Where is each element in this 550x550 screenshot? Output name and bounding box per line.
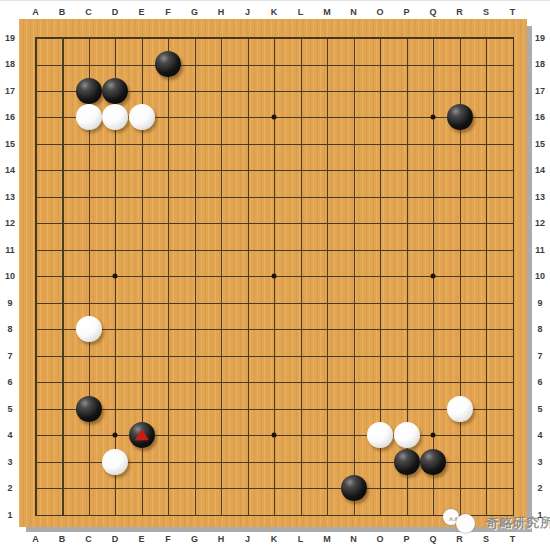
stone-black-p3 [394, 449, 420, 475]
col-label-top-M: M [323, 8, 331, 17]
stone-black-c17 [76, 78, 102, 104]
col-label-bottom-A: A [32, 535, 39, 544]
row-label-left-3: 3 [7, 457, 12, 466]
row-label-left-8: 8 [7, 325, 12, 334]
row-label-left-17: 17 [5, 86, 15, 95]
col-label-top-B: B [59, 8, 66, 17]
row-label-left-11: 11 [5, 245, 15, 254]
watermark-smiley2-icon [456, 514, 475, 533]
row-label-right-6: 6 [537, 378, 542, 387]
stone-black-n2 [341, 475, 367, 501]
col-label-top-S: S [483, 8, 489, 17]
stone-black-c5 [76, 396, 102, 422]
col-label-bottom-T: T [510, 535, 516, 544]
row-label-right-9: 9 [537, 298, 542, 307]
row-label-right-19: 19 [535, 33, 545, 42]
hoshi-k4 [272, 433, 277, 438]
col-label-top-N: N [350, 8, 357, 17]
stone-black-r16 [447, 104, 473, 130]
row-label-left-19: 19 [5, 33, 15, 42]
col-label-top-A: A [32, 8, 39, 17]
row-label-left-9: 9 [7, 298, 12, 307]
row-label-right-14: 14 [535, 166, 545, 175]
stone-black-f18 [155, 51, 181, 77]
col-label-bottom-J: J [245, 535, 250, 544]
col-label-bottom-S: S [483, 535, 489, 544]
col-label-top-J: J [245, 8, 250, 17]
stone-white-c8 [76, 316, 102, 342]
hoshi-d10 [113, 274, 118, 279]
row-label-left-12: 12 [5, 219, 15, 228]
row-label-right-5: 5 [537, 404, 542, 413]
row-label-right-18: 18 [535, 60, 545, 69]
row-label-right-12: 12 [535, 219, 545, 228]
row-label-left-16: 16 [5, 113, 15, 122]
col-label-bottom-N: N [350, 535, 357, 544]
col-label-top-R: R [456, 8, 463, 17]
stone-white-c16 [76, 104, 102, 130]
stone-white-d16 [102, 104, 128, 130]
stone-black-d17 [102, 78, 128, 104]
col-label-top-T: T [510, 8, 516, 17]
hoshi-q16 [431, 115, 436, 120]
row-label-right-7: 7 [537, 351, 542, 360]
col-label-bottom-B: B [59, 535, 66, 544]
col-label-top-K: K [271, 8, 278, 17]
stone-black-e4 [129, 422, 155, 448]
row-label-right-1: 1 [537, 510, 542, 519]
col-label-top-G: G [191, 8, 198, 17]
row-label-right-13: 13 [535, 192, 545, 201]
row-label-left-15: 15 [5, 139, 15, 148]
col-label-bottom-C: C [85, 535, 92, 544]
row-label-right-8: 8 [537, 325, 542, 334]
hoshi-k10 [272, 274, 277, 279]
col-label-top-Q: Q [429, 8, 436, 17]
hoshi-k16 [272, 115, 277, 120]
col-label-bottom-Q: Q [429, 535, 436, 544]
col-label-top-F: F [165, 8, 171, 17]
row-label-right-11: 11 [535, 245, 545, 254]
stone-white-r5 [447, 396, 473, 422]
row-label-right-2: 2 [537, 484, 542, 493]
col-label-bottom-L: L [298, 535, 304, 544]
row-label-left-4: 4 [7, 431, 12, 440]
row-label-right-16: 16 [535, 113, 545, 122]
row-label-left-1: 1 [7, 510, 12, 519]
col-label-bottom-F: F [165, 535, 171, 544]
row-label-right-3: 3 [537, 457, 542, 466]
row-label-left-5: 5 [7, 404, 12, 413]
stone-white-o4 [367, 422, 393, 448]
col-label-bottom-G: G [191, 535, 198, 544]
col-label-top-C: C [85, 8, 92, 17]
row-label-left-10: 10 [5, 272, 15, 281]
row-label-right-17: 17 [535, 86, 545, 95]
row-label-right-10: 10 [535, 272, 545, 281]
hoshi-q10 [431, 274, 436, 279]
col-label-bottom-M: M [323, 535, 331, 544]
col-label-bottom-K: K [271, 535, 278, 544]
row-label-left-6: 6 [7, 378, 12, 387]
col-label-top-E: E [138, 8, 144, 17]
row-label-left-18: 18 [5, 60, 15, 69]
go-board [19, 19, 527, 527]
stone-white-d3 [102, 449, 128, 475]
col-label-top-O: O [376, 8, 383, 17]
col-label-bottom-H: H [218, 535, 225, 544]
stone-black-q3 [420, 449, 446, 475]
col-label-bottom-R: R [456, 535, 463, 544]
go-diagram-stage: ^^ 奇略研究所 AABBCCDDEEFFGGHHJJKKLLMMNNOOPPQ… [0, 0, 550, 550]
row-label-left-13: 13 [5, 192, 15, 201]
col-label-top-L: L [298, 8, 304, 17]
row-label-right-15: 15 [535, 139, 545, 148]
stone-white-e16 [129, 104, 155, 130]
col-label-bottom-D: D [112, 535, 119, 544]
col-label-bottom-P: P [403, 535, 409, 544]
last-move-triangle-marker [135, 429, 149, 440]
col-label-bottom-E: E [138, 535, 144, 544]
col-label-top-D: D [112, 8, 119, 17]
row-label-left-14: 14 [5, 166, 15, 175]
col-label-bottom-O: O [376, 535, 383, 544]
col-label-top-P: P [403, 8, 409, 17]
hoshi-d4 [113, 433, 118, 438]
col-label-top-H: H [218, 8, 225, 17]
row-label-left-7: 7 [7, 351, 12, 360]
stone-white-p4 [394, 422, 420, 448]
page-top-divider [0, 0, 550, 1]
row-label-left-2: 2 [7, 484, 12, 493]
row-label-right-4: 4 [537, 431, 542, 440]
hoshi-q4 [431, 433, 436, 438]
